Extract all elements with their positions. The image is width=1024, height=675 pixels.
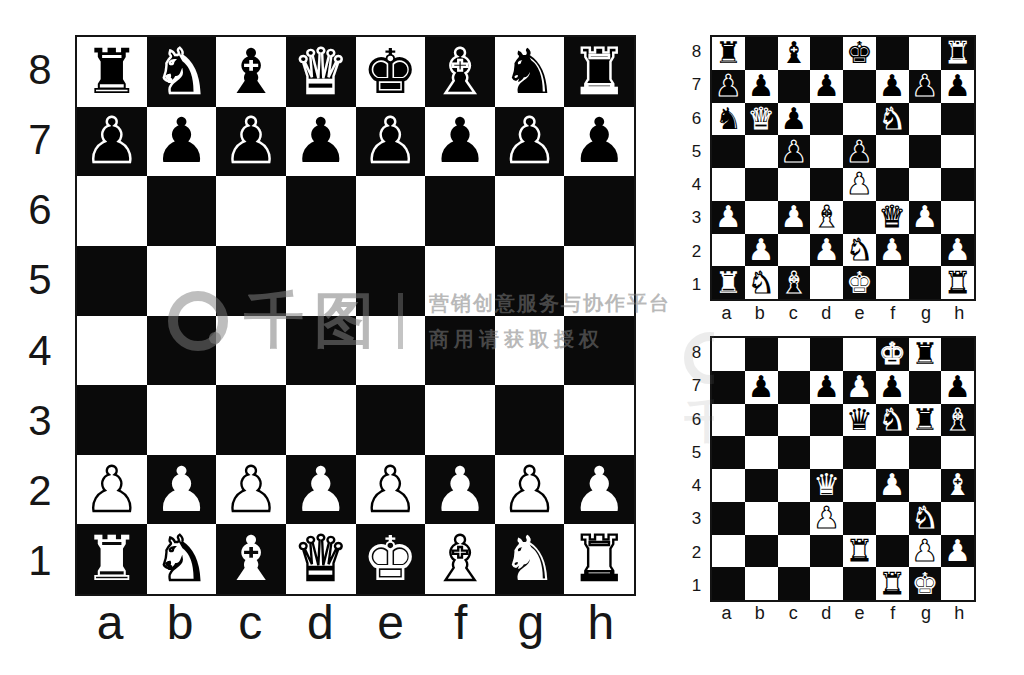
black-pawn-f7[interactable]: ♟ [879,71,906,101]
black-knight-f6[interactable]: ♞ [879,104,906,134]
square-h3[interactable] [564,385,634,455]
square-d5[interactable] [286,246,356,316]
white-pawn-f4[interactable]: ♟ [879,470,906,500]
white-king-e1[interactable]: ♚ [363,528,419,590]
white-rook-e2[interactable]: ♜ [846,536,873,566]
black-rook-h8[interactable]: ♜ [571,41,627,103]
square-h7[interactable]: ♟ [564,107,634,177]
square-h8[interactable]: ♜ [941,37,974,70]
square-h8[interactable]: ♜ [564,37,634,107]
white-bishop-c1[interactable]: ♝ [223,528,279,590]
square-a2[interactable] [712,234,745,267]
black-pawn-f7[interactable]: ♟ [879,372,906,402]
black-pawn-h7[interactable]: ♟ [944,372,971,402]
black-pawn-e5[interactable]: ♟ [846,137,873,167]
square-e4[interactable] [843,469,876,502]
square-g3[interactable]: ♞ [909,502,942,535]
square-e6[interactable] [356,176,426,246]
black-bishop-c1[interactable]: ♝ [780,268,807,298]
square-g8[interactable]: ♜ [909,338,942,371]
square-e7[interactable] [843,70,876,103]
white-pawn-g2[interactable]: ♟ [911,536,938,566]
square-h3[interactable] [941,201,974,234]
black-pawn-d7[interactable]: ♟ [293,110,349,172]
square-d5[interactable] [810,135,843,168]
square-g1[interactable]: ♚ [909,567,942,600]
square-f4[interactable] [425,316,495,386]
square-h6[interactable] [564,176,634,246]
square-c3[interactable] [216,385,286,455]
square-c5[interactable] [778,436,811,469]
square-c7[interactable]: ♟ [216,107,286,177]
square-h8[interactable] [941,338,974,371]
square-a5[interactable] [712,436,745,469]
square-e5[interactable]: ♟ [843,135,876,168]
black-rook-h8[interactable]: ♜ [944,38,971,68]
black-bishop-f8[interactable]: ♝ [432,41,488,103]
square-h4[interactable]: ♝ [941,469,974,502]
black-pawn-b7[interactable]: ♟ [748,71,775,101]
square-a6[interactable]: ♞ [712,103,745,136]
square-g4[interactable] [909,469,942,502]
square-a5[interactable] [712,135,745,168]
square-g8[interactable] [909,37,942,70]
square-h2[interactable]: ♟ [941,535,974,568]
square-f2[interactable]: ♟ [876,234,909,267]
square-c7[interactable] [778,371,811,404]
square-e1[interactable]: ♚ [843,266,876,299]
square-f1[interactable]: ♝ [425,524,495,594]
square-d6[interactable] [810,103,843,136]
square-c4[interactable] [216,316,286,386]
square-a2[interactable] [712,535,745,568]
black-pawn-e7[interactable]: ♟ [363,110,419,172]
black-rook-g6[interactable]: ♜ [911,405,938,435]
square-b6[interactable]: ♛ [745,103,778,136]
square-e6[interactable]: ♛ [843,404,876,437]
square-b3[interactable] [147,385,217,455]
square-a6[interactable] [712,404,745,437]
square-h7[interactable]: ♟ [941,70,974,103]
square-g5[interactable] [909,135,942,168]
square-a8[interactable]: ♜ [712,37,745,70]
black-pawn-c7[interactable]: ♟ [223,110,279,172]
black-pawn-a7[interactable]: ♟ [84,110,140,172]
square-f8[interactable] [876,37,909,70]
file-label-d: d [810,299,843,327]
square-a2[interactable]: ♟ [77,455,147,525]
square-a4[interactable] [712,168,745,201]
file-label-a: a [75,591,145,655]
square-g7[interactable]: ♟ [909,70,942,103]
square-c3[interactable]: ♟ [778,201,811,234]
white-pawn-f2[interactable]: ♟ [432,459,488,521]
white-pawn-h2[interactable]: ♟ [944,235,971,265]
square-c8[interactable]: ♝ [216,37,286,107]
square-a1[interactable] [712,567,745,600]
file-label-g: g [496,591,566,655]
rank-label-7: 7 [687,68,706,101]
white-pawn-a3[interactable]: ♟ [715,202,742,232]
black-king-e8[interactable]: ♚ [363,41,419,103]
square-c8[interactable]: ♝ [778,37,811,70]
square-d8[interactable] [810,37,843,70]
square-c3[interactable] [778,502,811,535]
white-king-g1[interactable]: ♚ [911,569,938,599]
square-c4[interactable] [778,469,811,502]
white-pawn-b2[interactable]: ♟ [748,235,775,265]
square-d2[interactable]: ♟ [286,455,356,525]
square-f3[interactable]: ♛ [876,201,909,234]
white-pawn-d3[interactable]: ♟ [813,503,840,533]
black-pawn-d7[interactable]: ♟ [813,71,840,101]
square-a3[interactable] [712,502,745,535]
white-rook-f1[interactable]: ♜ [879,569,906,599]
square-f5[interactable] [876,135,909,168]
rank-label-5: 5 [687,135,706,168]
file-label-b: b [743,299,776,327]
white-king-e1[interactable]: ♚ [846,268,873,298]
square-h4[interactable] [564,316,634,386]
square-b8[interactable] [745,338,778,371]
square-f3[interactable] [425,385,495,455]
square-f6[interactable] [425,176,495,246]
square-h3[interactable] [941,502,974,535]
square-g7[interactable] [909,371,942,404]
square-d1[interactable] [810,266,843,299]
square-c1[interactable]: ♝ [778,266,811,299]
square-g4[interactable] [495,316,565,386]
square-h2[interactable]: ♟ [941,234,974,267]
main-board-rank-labels: 87654321 [14,35,66,596]
file-label-e: e [356,591,426,655]
square-e1[interactable]: ♚ [356,524,426,594]
square-a3[interactable]: ♟ [712,201,745,234]
square-e2[interactable]: ♟ [356,455,426,525]
square-f2[interactable]: ♟ [425,455,495,525]
square-b1[interactable]: ♞ [745,266,778,299]
square-g1[interactable]: ♞ [495,524,565,594]
square-d8[interactable]: ♛ [286,37,356,107]
rank-label-1: 1 [14,526,66,596]
black-pawn-b7[interactable]: ♟ [154,110,210,172]
square-c1[interactable] [778,567,811,600]
square-b7[interactable]: ♟ [745,371,778,404]
black-queen-b6[interactable]: ♛ [748,104,775,134]
white-rook-a1[interactable]: ♜ [84,528,140,590]
square-d6[interactable] [286,176,356,246]
square-b6[interactable] [745,404,778,437]
white-bishop-h4[interactable]: ♝ [944,470,971,500]
white-pawn-g3[interactable]: ♟ [911,202,938,232]
square-d2[interactable] [810,535,843,568]
square-h1[interactable]: ♜ [564,524,634,594]
white-pawn-f2[interactable]: ♟ [879,235,906,265]
square-c5[interactable]: ♟ [778,135,811,168]
square-c5[interactable] [216,246,286,316]
square-f2[interactable] [876,535,909,568]
square-g6[interactable] [909,103,942,136]
black-rook-a8[interactable]: ♜ [715,38,742,68]
square-h6[interactable] [941,103,974,136]
square-f6[interactable]: ♞ [876,404,909,437]
white-pawn-c3[interactable]: ♟ [780,202,807,232]
black-pawn-c5[interactable]: ♟ [780,137,807,167]
white-pawn-d2[interactable]: ♟ [813,235,840,265]
black-knight-f6[interactable]: ♞ [879,405,906,435]
square-g3[interactable]: ♟ [909,201,942,234]
square-f8[interactable]: ♝ [425,37,495,107]
square-c2[interactable]: ♟ [216,455,286,525]
square-b1[interactable] [745,567,778,600]
bottom-right-board-file-labels: abcdefgh [710,599,976,627]
square-d2[interactable]: ♟ [810,234,843,267]
white-rook-h1[interactable]: ♜ [944,268,971,298]
black-bishop-c8[interactable]: ♝ [223,41,279,103]
square-b4[interactable] [745,168,778,201]
black-knight-a6[interactable]: ♞ [715,104,742,134]
black-knight-g8[interactable]: ♞ [502,41,558,103]
square-d3[interactable]: ♟ [810,502,843,535]
square-f7[interactable]: ♟ [876,70,909,103]
square-b7[interactable]: ♟ [147,107,217,177]
square-c7[interactable] [778,70,811,103]
square-f5[interactable] [876,436,909,469]
black-king-e8[interactable]: ♚ [846,38,873,68]
file-label-f: f [876,299,909,327]
square-g6[interactable]: ♜ [909,404,942,437]
square-e4[interactable] [356,316,426,386]
white-rook-a1[interactable]: ♜ [715,268,742,298]
square-e4[interactable]: ♟ [843,168,876,201]
bottom-right-board: ♚♜♟♟♟♟♟♛♞♜♝♛♟♝♟♞♜♟♟♜♚ [710,336,976,602]
file-label-h: h [566,591,636,655]
black-queen-e6[interactable]: ♛ [846,405,873,435]
square-d4[interactable] [810,168,843,201]
square-b5[interactable] [745,436,778,469]
white-pawn-h2[interactable]: ♟ [571,459,627,521]
square-b1[interactable]: ♞ [147,524,217,594]
square-d7[interactable]: ♟ [810,70,843,103]
square-f1[interactable] [876,266,909,299]
square-a8[interactable] [712,338,745,371]
square-h5[interactable] [941,436,974,469]
square-c4[interactable] [778,168,811,201]
square-b8[interactable] [745,37,778,70]
square-f4[interactable] [876,168,909,201]
square-c6[interactable] [216,176,286,246]
square-e2[interactable]: ♞ [843,234,876,267]
square-g5[interactable] [909,436,942,469]
white-queen-f3[interactable]: ♛ [879,202,906,232]
square-d3[interactable] [286,385,356,455]
square-h1[interactable]: ♜ [941,266,974,299]
white-pawn-e4[interactable]: ♟ [846,169,873,199]
square-e3[interactable] [356,385,426,455]
square-c1[interactable]: ♝ [216,524,286,594]
square-d1[interactable]: ♛ [286,524,356,594]
square-d3[interactable]: ♝ [810,201,843,234]
white-pawn-a2[interactable]: ♟ [84,459,140,521]
square-g2[interactable]: ♟ [909,535,942,568]
square-a4[interactable] [77,316,147,386]
black-pawn-b7[interactable]: ♟ [748,372,775,402]
square-a8[interactable]: ♜ [77,37,147,107]
square-h6[interactable]: ♝ [941,404,974,437]
square-e8[interactable]: ♚ [843,37,876,70]
white-pawn-d2[interactable]: ♟ [293,459,349,521]
square-b3[interactable] [745,201,778,234]
black-rook-g8[interactable]: ♜ [911,339,938,369]
file-label-e: e [843,599,876,627]
square-e8[interactable] [843,338,876,371]
square-a4[interactable] [712,469,745,502]
white-knight-b1[interactable]: ♞ [154,528,210,590]
square-f8[interactable]: ♚ [876,338,909,371]
white-pawn-c2[interactable]: ♟ [223,459,279,521]
square-g2[interactable]: ♟ [495,455,565,525]
square-a7[interactable]: ♟ [712,70,745,103]
black-pawn-f7[interactable]: ♟ [432,110,488,172]
square-e5[interactable] [356,246,426,316]
square-e5[interactable] [843,436,876,469]
square-g6[interactable] [495,176,565,246]
rank-label-1: 1 [687,569,706,602]
black-pawn-h7[interactable]: ♟ [571,110,627,172]
square-f3[interactable] [876,502,909,535]
square-h4[interactable] [941,168,974,201]
square-b5[interactable] [147,246,217,316]
file-label-c: c [777,599,810,627]
square-d6[interactable] [810,404,843,437]
black-knight-g3[interactable]: ♞ [911,503,938,533]
black-bishop-c8[interactable]: ♝ [780,38,807,68]
square-h1[interactable] [941,567,974,600]
square-c8[interactable] [778,338,811,371]
square-b7[interactable]: ♟ [745,70,778,103]
square-d4[interactable]: ♛ [810,469,843,502]
square-d7[interactable]: ♟ [286,107,356,177]
square-b8[interactable]: ♞ [147,37,217,107]
square-g7[interactable]: ♟ [495,107,565,177]
square-g4[interactable] [909,168,942,201]
white-bishop-d3[interactable]: ♝ [813,202,840,232]
black-pawn-g7[interactable]: ♟ [502,110,558,172]
file-label-g: g [910,299,943,327]
black-pawn-g7[interactable]: ♟ [911,71,938,101]
square-e7[interactable]: ♟ [843,371,876,404]
square-a3[interactable] [77,385,147,455]
square-d5[interactable] [810,436,843,469]
white-knight-b1[interactable]: ♞ [748,268,775,298]
white-knight-e2[interactable]: ♞ [846,235,873,265]
square-g2[interactable] [909,234,942,267]
rank-label-6: 6 [14,175,66,245]
square-b2[interactable] [745,535,778,568]
square-a7[interactable]: ♟ [77,107,147,177]
square-b5[interactable] [745,135,778,168]
square-c6[interactable] [778,404,811,437]
rank-label-5: 5 [14,245,66,315]
white-bishop-f1[interactable]: ♝ [432,528,488,590]
square-f5[interactable] [425,246,495,316]
square-a1[interactable]: ♜ [77,524,147,594]
square-e1[interactable] [843,567,876,600]
square-d7[interactable]: ♟ [810,371,843,404]
square-h5[interactable] [941,135,974,168]
square-h2[interactable]: ♟ [564,455,634,525]
square-d4[interactable] [286,316,356,386]
white-knight-g1[interactable]: ♞ [502,528,558,590]
black-pawn-c6[interactable]: ♟ [780,104,807,134]
white-pawn-g2[interactable]: ♟ [502,459,558,521]
square-e3[interactable] [843,502,876,535]
black-bishop-h6[interactable]: ♝ [944,405,971,435]
square-c6[interactable]: ♟ [778,103,811,136]
white-queen-d4[interactable]: ♛ [813,470,840,500]
square-a6[interactable] [77,176,147,246]
square-e7[interactable]: ♟ [356,107,426,177]
square-a7[interactable] [712,371,745,404]
square-f1[interactable]: ♜ [876,567,909,600]
square-d8[interactable] [810,338,843,371]
square-b2[interactable]: ♟ [745,234,778,267]
white-pawn-b2[interactable]: ♟ [154,459,210,521]
square-b6[interactable] [147,176,217,246]
top-right-board: ♜♝♚♜♟♟♟♟♟♟♞♛♟♞♟♟♟♟♟♝♛♟♟♟♞♟♟♜♞♝♚♜ [710,35,976,301]
square-f4[interactable]: ♟ [876,469,909,502]
white-pawn-h2[interactable]: ♟ [944,536,971,566]
square-a5[interactable] [77,246,147,316]
square-e8[interactable]: ♚ [356,37,426,107]
black-pawn-h7[interactable]: ♟ [944,71,971,101]
square-c2[interactable] [778,234,811,267]
black-knight-b8[interactable]: ♞ [154,41,210,103]
square-e6[interactable] [843,103,876,136]
square-b4[interactable] [147,316,217,386]
black-queen-d8[interactable]: ♛ [293,41,349,103]
square-f7[interactable]: ♟ [425,107,495,177]
square-f7[interactable]: ♟ [876,371,909,404]
white-pawn-e7[interactable]: ♟ [846,372,873,402]
rank-label-8: 8 [14,35,66,105]
square-g5[interactable] [495,246,565,316]
white-queen-d1[interactable]: ♛ [293,528,349,590]
rank-label-4: 4 [687,469,706,502]
square-g8[interactable]: ♞ [495,37,565,107]
white-pawn-e2[interactable]: ♟ [363,459,419,521]
square-b4[interactable] [745,469,778,502]
black-pawn-d7[interactable]: ♟ [813,372,840,402]
square-h7[interactable]: ♟ [941,371,974,404]
black-rook-a8[interactable]: ♜ [84,41,140,103]
square-a1[interactable]: ♜ [712,266,745,299]
square-h5[interactable] [564,246,634,316]
square-d1[interactable] [810,567,843,600]
square-b3[interactable] [745,502,778,535]
square-b2[interactable]: ♟ [147,455,217,525]
square-c2[interactable] [778,535,811,568]
square-g1[interactable] [909,266,942,299]
square-e3[interactable] [843,201,876,234]
black-pawn-a7[interactable]: ♟ [715,71,742,101]
rank-label-2: 2 [687,536,706,569]
square-g3[interactable] [495,385,565,455]
white-rook-h1[interactable]: ♜ [571,528,627,590]
square-f6[interactable]: ♞ [876,103,909,136]
black-king-f8[interactable]: ♚ [879,339,906,369]
square-e2[interactable]: ♜ [843,535,876,568]
